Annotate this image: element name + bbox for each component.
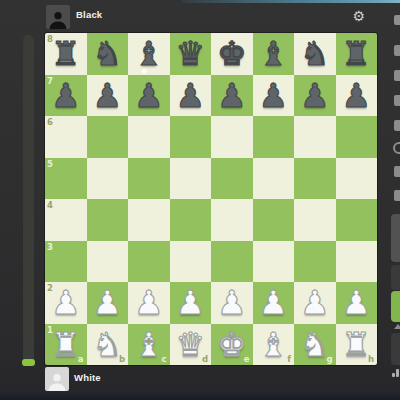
piece-white-knight[interactable]: ♞ <box>87 324 129 366</box>
square-h2[interactable]: ♟ <box>336 282 378 324</box>
square-e5[interactable] <box>211 158 253 200</box>
piece-black-pawn[interactable]: ♟ <box>170 75 212 117</box>
piece-white-king[interactable]: ♚ <box>211 324 253 366</box>
square-h7[interactable]: ♟ <box>336 75 378 117</box>
piece-white-pawn[interactable]: ♟ <box>294 282 336 324</box>
piece-white-pawn[interactable]: ♟ <box>336 282 378 324</box>
person-icon <box>48 9 68 29</box>
cutoff-top-right-icon[interactable] <box>394 15 400 25</box>
square-g8[interactable]: ♞ <box>294 33 336 75</box>
square-h1[interactable]: h♜ <box>336 324 378 366</box>
piece-white-knight[interactable]: ♞ <box>294 324 336 366</box>
square-f5[interactable] <box>253 158 295 200</box>
eval-bar <box>23 35 34 366</box>
piece-black-pawn[interactable]: ♟ <box>253 75 295 117</box>
sidebar-icon-1[interactable] <box>394 45 400 56</box>
sidebar-arrow-icon[interactable] <box>394 324 400 329</box>
square-c7[interactable]: ♟ <box>128 75 170 117</box>
square-e2[interactable]: ♟ <box>211 282 253 324</box>
top-player-row: Black ⚙ <box>0 3 400 33</box>
square-e7[interactable]: ♟ <box>211 75 253 117</box>
square-e4[interactable] <box>211 199 253 241</box>
square-g6[interactable] <box>294 116 336 158</box>
square-e1[interactable]: e♚ <box>211 324 253 366</box>
square-f1[interactable]: f♝ <box>253 324 295 366</box>
rank-label: 6 <box>47 118 53 127</box>
square-f8[interactable]: ♝ <box>253 33 295 75</box>
square-f4[interactable] <box>253 199 295 241</box>
piece-black-knight[interactable]: ♞ <box>87 33 129 75</box>
piece-white-rook[interactable]: ♜ <box>336 324 378 366</box>
square-a4[interactable]: 4 <box>45 199 87 241</box>
piece-black-bishop[interactable]: ♝ <box>128 33 170 75</box>
square-f2[interactable]: ♟ <box>253 282 295 324</box>
square-h8[interactable]: ♜ <box>336 33 378 75</box>
sidebar-icon-3[interactable] <box>394 95 400 106</box>
square-e8[interactable]: ♚ <box>211 33 253 75</box>
square-d6[interactable] <box>170 116 212 158</box>
sidebar-icon-4[interactable] <box>394 120 400 131</box>
square-b8[interactable]: ♞ <box>87 33 129 75</box>
square-a8[interactable]: 8♜ <box>45 33 87 75</box>
piece-black-pawn[interactable]: ♟ <box>294 75 336 117</box>
piece-black-king[interactable]: ♚ <box>211 33 253 75</box>
square-d3[interactable] <box>170 241 212 283</box>
square-g7[interactable]: ♟ <box>294 75 336 117</box>
rank-label: 4 <box>47 201 53 210</box>
sidebar-clock-icon[interactable] <box>393 142 400 154</box>
piece-white-pawn[interactable]: ♟ <box>128 282 170 324</box>
square-c5[interactable] <box>128 158 170 200</box>
screen-bottom-edge <box>0 392 400 400</box>
square-d7[interactable]: ♟ <box>170 75 212 117</box>
square-d8[interactable]: ♛ <box>170 33 212 75</box>
square-d2[interactable]: ♟ <box>170 282 212 324</box>
square-b7[interactable]: ♟ <box>87 75 129 117</box>
square-g2[interactable]: ♟ <box>294 282 336 324</box>
square-b2[interactable]: ♟ <box>87 282 129 324</box>
square-b6[interactable] <box>87 116 129 158</box>
square-g3[interactable] <box>294 241 336 283</box>
piece-white-pawn[interactable]: ♟ <box>87 282 129 324</box>
piece-white-pawn[interactable]: ♟ <box>211 282 253 324</box>
sidebar-grid-icon[interactable] <box>394 190 400 201</box>
piece-black-bishop[interactable]: ♝ <box>253 33 295 75</box>
piece-white-queen[interactable]: ♛ <box>170 324 212 366</box>
square-c3[interactable] <box>128 241 170 283</box>
square-a7[interactable]: 7♟ <box>45 75 87 117</box>
piece-white-rook[interactable]: ♜ <box>45 324 87 366</box>
piece-black-knight[interactable]: ♞ <box>294 33 336 75</box>
square-a2[interactable]: 2♟ <box>45 282 87 324</box>
sidebar-button-dim-2[interactable] <box>391 333 400 365</box>
piece-black-rook[interactable]: ♜ <box>45 33 87 75</box>
square-c8[interactable]: ♝ <box>128 33 170 75</box>
piece-black-pawn[interactable]: ♟ <box>45 75 87 117</box>
square-b4[interactable] <box>87 199 129 241</box>
square-f6[interactable] <box>253 116 295 158</box>
square-a1[interactable]: 1a♜ <box>45 324 87 366</box>
square-a5[interactable]: 5 <box>45 158 87 200</box>
white-player-avatar <box>45 367 69 391</box>
square-h4[interactable] <box>336 199 378 241</box>
sparkle-glare-icon: ✦ <box>140 66 148 77</box>
square-a6[interactable]: 6 <box>45 116 87 158</box>
white-player-name: White <box>74 372 101 383</box>
square-g4[interactable] <box>294 199 336 241</box>
piece-white-pawn[interactable]: ♟ <box>253 282 295 324</box>
sidebar-button-grey[interactable] <box>391 214 400 262</box>
piece-black-pawn[interactable]: ♟ <box>128 75 170 117</box>
square-c6[interactable] <box>128 116 170 158</box>
black-player-avatar <box>46 5 70 29</box>
sidebar-button-dim[interactable] <box>391 265 400 290</box>
square-b1[interactable]: b♞ <box>87 324 129 366</box>
person-icon <box>47 371 67 391</box>
piece-black-pawn[interactable]: ♟ <box>211 75 253 117</box>
square-d5[interactable] <box>170 158 212 200</box>
bottom-player-row: White <box>0 365 400 395</box>
piece-white-bishop[interactable]: ♝ <box>253 324 295 366</box>
square-h6[interactable] <box>336 116 378 158</box>
piece-black-pawn[interactable]: ♟ <box>336 75 378 117</box>
square-d4[interactable] <box>170 199 212 241</box>
square-d1[interactable]: d♛ <box>170 324 212 366</box>
piece-white-bishop[interactable]: ♝ <box>128 324 170 366</box>
square-h3[interactable] <box>336 241 378 283</box>
black-player-name: Black <box>76 9 102 20</box>
chess-app-screen: Black ⚙ 8♜♞♝♛♚♝♞♜7♟♟♟♟♟♟♟♟65432♟♟♟♟♟♟♟♟1… <box>0 0 400 400</box>
square-c4[interactable] <box>128 199 170 241</box>
square-g5[interactable] <box>294 158 336 200</box>
settings-gear-icon[interactable]: ⚙ <box>352 9 365 23</box>
piece-black-rook[interactable]: ♜ <box>336 33 378 75</box>
sidebar-icon-2[interactable] <box>394 70 400 81</box>
piece-black-pawn[interactable]: ♟ <box>87 75 129 117</box>
piece-white-pawn[interactable]: ♟ <box>170 282 212 324</box>
rank-label: 3 <box>47 243 53 252</box>
square-e6[interactable] <box>211 116 253 158</box>
square-f7[interactable]: ♟ <box>253 75 295 117</box>
square-c2[interactable]: ♟ <box>128 282 170 324</box>
rank-label: 5 <box>47 160 53 169</box>
chess-board[interactable]: 8♜♞♝♛♚♝♞♜7♟♟♟♟♟♟♟♟65432♟♟♟♟♟♟♟♟1a♜b♞c♝d♛… <box>45 33 377 365</box>
sidebar-board-icon[interactable] <box>394 166 400 177</box>
square-b3[interactable] <box>87 241 129 283</box>
square-f3[interactable] <box>253 241 295 283</box>
piece-white-pawn[interactable]: ♟ <box>45 282 87 324</box>
bar-chart-icon[interactable] <box>392 369 400 377</box>
square-a3[interactable]: 3 <box>45 241 87 283</box>
square-e3[interactable] <box>211 241 253 283</box>
square-g1[interactable]: g♞ <box>294 324 336 366</box>
piece-black-queen[interactable]: ♛ <box>170 33 212 75</box>
square-h5[interactable] <box>336 158 378 200</box>
sidebar-button-green[interactable] <box>391 291 400 322</box>
square-c1[interactable]: c♝ <box>128 324 170 366</box>
square-b5[interactable] <box>87 158 129 200</box>
